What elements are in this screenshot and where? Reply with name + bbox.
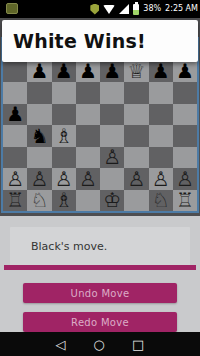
square-g7[interactable]: ♟ (149, 61, 173, 83)
chess-board: ♜♝♛♚♝♞♜♟♟♟♟♕♟♟♟♞♗♙♙♙♙♙♙♙♙♖♘♗♔♘♖ (3, 39, 197, 211)
wifi-icon (103, 5, 115, 14)
notification-icon (6, 3, 18, 14)
square-b5[interactable] (27, 104, 51, 126)
white-pawn: ♙ (152, 169, 170, 189)
recents-icon[interactable]: □ (132, 338, 144, 351)
square-c5[interactable] (52, 104, 76, 126)
square-h1[interactable]: ♖ (173, 190, 197, 212)
square-h3[interactable] (173, 147, 197, 169)
square-a2[interactable]: ♙ (3, 168, 27, 190)
white-pawn: ♙ (176, 169, 194, 189)
square-a6[interactable] (3, 82, 27, 104)
square-c1[interactable]: ♗ (52, 190, 76, 212)
game-result-banner[interactable]: White Wins! (2, 20, 198, 62)
square-f3[interactable] (124, 147, 148, 169)
black-pawn: ♟ (6, 104, 24, 124)
square-b4[interactable]: ♞ (27, 125, 51, 147)
clock: 2:25 AM (165, 0, 198, 18)
square-d6[interactable] (76, 82, 100, 104)
square-c4[interactable]: ♗ (52, 125, 76, 147)
square-e4[interactable] (100, 125, 124, 147)
home-icon[interactable]: ○ (93, 338, 104, 351)
cellular-signal-icon (119, 4, 129, 14)
redo-move-button[interactable]: Redo Move (23, 312, 177, 332)
square-f5[interactable] (124, 104, 148, 126)
black-pawn: ♟ (79, 61, 97, 81)
square-f2[interactable]: ♙ (124, 168, 148, 190)
white-pawn: ♙ (30, 169, 48, 189)
square-e1[interactable]: ♔ (100, 190, 124, 212)
square-a7[interactable] (3, 61, 27, 83)
white-pawn: ♙ (103, 147, 121, 167)
black-pawn: ♟ (30, 61, 48, 81)
battery-percent: 38% (143, 0, 161, 18)
square-h7[interactable]: ♟ (173, 61, 197, 83)
square-a1[interactable]: ♖ (3, 190, 27, 212)
white-queen: ♕ (127, 61, 145, 81)
black-pawn: ♟ (152, 61, 170, 81)
square-c7[interactable]: ♟ (52, 61, 76, 83)
square-e7[interactable]: ♟ (100, 61, 124, 83)
square-d2[interactable]: ♙ (76, 168, 100, 190)
square-e3[interactable]: ♙ (100, 147, 124, 169)
square-f6[interactable] (124, 82, 148, 104)
game-result-text: White Wins! (13, 30, 146, 52)
square-b2[interactable]: ♙ (27, 168, 51, 190)
undo-move-button[interactable]: Undo Move (23, 283, 177, 303)
square-g3[interactable] (149, 147, 173, 169)
square-g6[interactable] (149, 82, 173, 104)
square-c6[interactable] (52, 82, 76, 104)
square-e6[interactable] (100, 82, 124, 104)
white-knight: ♘ (152, 190, 170, 210)
square-h2[interactable]: ♙ (173, 168, 197, 190)
white-pawn: ♙ (127, 169, 145, 189)
white-king: ♔ (103, 190, 121, 210)
status-bar: 38% 2:25 AM (0, 0, 200, 18)
black-knight: ♞ (30, 126, 48, 146)
white-bishop: ♗ (55, 190, 73, 210)
square-d1[interactable] (76, 190, 100, 212)
square-h6[interactable] (173, 82, 197, 104)
square-a4[interactable] (3, 125, 27, 147)
white-knight: ♘ (30, 190, 48, 210)
square-e2[interactable] (100, 168, 124, 190)
square-e5[interactable] (100, 104, 124, 126)
square-g5[interactable] (149, 104, 173, 126)
shield-icon (90, 4, 99, 15)
board-frame: ♜♝♛♚♝♞♜♟♟♟♟♕♟♟♟♞♗♙♙♙♙♙♙♙♙♖♘♗♔♘♖ (1, 37, 199, 213)
black-pawn: ♟ (176, 61, 194, 81)
white-rook: ♖ (176, 190, 194, 210)
square-d4[interactable] (76, 125, 100, 147)
square-g4[interactable] (149, 125, 173, 147)
white-rook: ♖ (6, 190, 24, 210)
square-d5[interactable] (76, 104, 100, 126)
square-g1[interactable]: ♘ (149, 190, 173, 212)
square-f7[interactable]: ♕ (124, 61, 148, 83)
square-a3[interactable] (3, 147, 27, 169)
move-status-panel: Black's move. (10, 227, 190, 270)
square-f4[interactable] (124, 125, 148, 147)
battery-icon (133, 4, 139, 15)
square-b7[interactable]: ♟ (27, 61, 51, 83)
black-pawn: ♟ (55, 61, 73, 81)
white-bishop: ♗ (55, 126, 73, 146)
white-pawn: ♙ (55, 169, 73, 189)
square-c3[interactable] (52, 147, 76, 169)
square-d7[interactable]: ♟ (76, 61, 100, 83)
square-b3[interactable] (27, 147, 51, 169)
square-b6[interactable] (27, 82, 51, 104)
square-h4[interactable] (173, 125, 197, 147)
white-pawn: ♙ (79, 169, 97, 189)
move-status-text: Black's move. (31, 240, 107, 253)
accent-bar (4, 265, 196, 270)
square-d3[interactable] (76, 147, 100, 169)
square-b1[interactable]: ♘ (27, 190, 51, 212)
white-pawn: ♙ (6, 169, 24, 189)
android-nav-bar: ◁ ○ □ (0, 332, 200, 356)
square-f1[interactable] (124, 190, 148, 212)
black-pawn: ♟ (103, 61, 121, 81)
square-g2[interactable]: ♙ (149, 168, 173, 190)
square-c2[interactable]: ♙ (52, 168, 76, 190)
back-icon[interactable]: ◁ (56, 338, 66, 351)
square-h5[interactable] (173, 104, 197, 126)
square-a5[interactable]: ♟ (3, 104, 27, 126)
phone-screen: 38% 2:25 AM ♜♝♛♚♝♞♜♟♟♟♟♕♟♟♟♞♗♙♙♙♙♙♙♙♙♖♘♗… (0, 0, 200, 356)
